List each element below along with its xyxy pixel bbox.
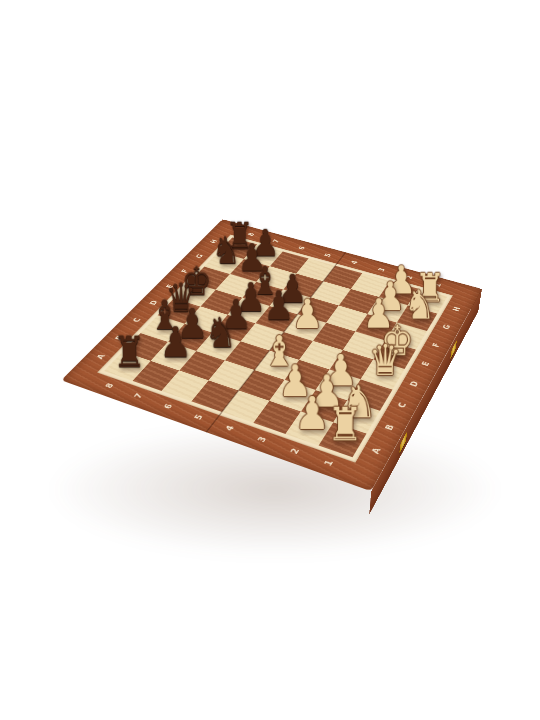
file-label-H: H: [450, 306, 462, 313]
rank-label-6: 6: [296, 246, 307, 251]
file-label-F: F: [430, 342, 442, 348]
piece-black-pawn[interactable]: ♟: [157, 321, 194, 363]
gold-clasp-icon: [450, 340, 457, 360]
rank-label-4: 4: [349, 260, 360, 265]
file-label-B: B: [382, 423, 396, 431]
rank-label-5: 5: [322, 253, 333, 258]
rank-label-6: 6: [161, 403, 174, 411]
rank-label-7: 7: [132, 392, 145, 399]
file-label-A: A: [94, 353, 107, 360]
rank-label-5: 5: [192, 413, 205, 421]
piece-black-rook[interactable]: ♜: [111, 331, 149, 373]
rank-label-3: 3: [255, 435, 269, 443]
piece-white-rook[interactable]: ♜: [325, 402, 366, 448]
rank-label-2: 2: [288, 447, 302, 455]
file-label-C: C: [395, 401, 408, 409]
rank-label-1: 1: [321, 459, 335, 468]
rank-label-4: 4: [223, 424, 237, 432]
file-label-C: C: [130, 317, 142, 323]
file-label-A: A: [369, 446, 383, 455]
product-photo-chess-set: ♜♝♛♚♞♜♟♟♟♟♞♟♟♝♟♟♝♟♟♟♟♟♟♟♟♜♞♛♚♞♜ ABCDEFGH…: [0, 0, 540, 720]
file-label-E: E: [419, 360, 431, 367]
file-label-D: D: [407, 380, 420, 388]
file-label-G: G: [440, 323, 452, 330]
rank-label-8: 8: [103, 382, 116, 389]
piece-black-knight[interactable]: ♞: [202, 312, 238, 353]
